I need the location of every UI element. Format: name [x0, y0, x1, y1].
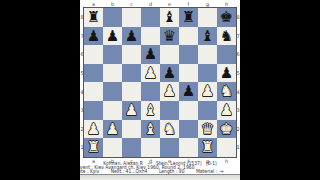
- bottom-strip: [80, 174, 240, 180]
- square-a6[interactable]: [84, 45, 103, 64]
- square-a2[interactable]: ♟: [84, 120, 103, 139]
- piece-white-rook: ♜: [201, 138, 214, 157]
- square-g2[interactable]: ♛: [198, 120, 217, 139]
- square-a8[interactable]: ♜: [84, 8, 103, 27]
- square-d6[interactable]: ♟: [141, 45, 160, 64]
- square-f6[interactable]: [179, 45, 198, 64]
- piece-black-pawn: ♟: [125, 27, 138, 46]
- square-b2[interactable]: ♟: [103, 120, 122, 139]
- board: ♜♝♜♚♟♟♟♛♝♞♟♟♟♟♟♟♟♞♟♝♟♟♟♝♞♛♚♜♜: [83, 7, 237, 158]
- piece-white-knight: ♞: [220, 82, 233, 101]
- square-a1[interactable]: ♜: [84, 138, 103, 157]
- game-info-caption: Site : Kyiv Next : 41...Qxh4 Length : 90…: [77, 169, 240, 174]
- square-f2[interactable]: [179, 120, 198, 139]
- square-d4[interactable]: [141, 82, 160, 101]
- left-letterbox-bar: [0, 0, 80, 180]
- piece-black-pawn: ♟: [182, 82, 195, 101]
- square-d8[interactable]: [141, 8, 160, 27]
- square-c4[interactable]: [122, 82, 141, 101]
- piece-black-bishop: ♝: [163, 8, 176, 27]
- square-f8[interactable]: ♜: [179, 8, 198, 27]
- square-h2[interactable]: ♚: [217, 120, 236, 139]
- piece-black-pawn: ♟: [87, 27, 100, 46]
- square-c3[interactable]: ♟: [122, 101, 141, 120]
- piece-white-pawn: ♟: [144, 64, 157, 83]
- square-f7[interactable]: [179, 27, 198, 46]
- piece-black-pawn: ♟: [106, 27, 119, 46]
- square-g6[interactable]: [198, 45, 217, 64]
- square-c2[interactable]: [122, 120, 141, 139]
- piece-black-rook: ♜: [182, 8, 195, 27]
- square-c1[interactable]: [122, 138, 141, 157]
- square-c5[interactable]: [122, 64, 141, 83]
- square-b5[interactable]: [103, 64, 122, 83]
- square-e1[interactable]: [160, 138, 179, 157]
- square-d5[interactable]: ♟: [141, 64, 160, 83]
- piece-white-bishop: ♝: [144, 101, 157, 120]
- piece-white-king: ♚: [220, 120, 233, 139]
- piece-black-rook: ♜: [87, 8, 100, 27]
- square-a7[interactable]: ♟: [84, 27, 103, 46]
- piece-white-pawn: ♟: [106, 120, 119, 139]
- piece-white-pawn: ♟: [220, 101, 233, 120]
- square-e2[interactable]: ♞: [160, 120, 179, 139]
- square-b3[interactable]: [103, 101, 122, 120]
- square-d1[interactable]: [141, 138, 160, 157]
- piece-black-queen: ♛: [163, 27, 176, 46]
- piece-black-bishop: ♝: [201, 27, 214, 46]
- square-c7[interactable]: ♟: [122, 27, 141, 46]
- square-b8[interactable]: [103, 8, 122, 27]
- square-a5[interactable]: [84, 64, 103, 83]
- piece-black-pawn: ♟: [163, 64, 176, 83]
- right-letterbox-bar: [240, 0, 320, 180]
- square-e7[interactable]: ♛: [160, 27, 179, 46]
- square-e8[interactable]: ♝: [160, 8, 179, 27]
- piece-white-pawn: ♟: [163, 82, 176, 101]
- piece-white-bishop: ♝: [144, 120, 157, 139]
- square-g5[interactable]: [198, 64, 217, 83]
- square-b6[interactable]: [103, 45, 122, 64]
- square-g4[interactable]: ♟: [198, 82, 217, 101]
- square-h4[interactable]: ♞: [217, 82, 236, 101]
- piece-white-knight: ♞: [163, 120, 176, 139]
- square-d7[interactable]: [141, 27, 160, 46]
- square-b1[interactable]: [103, 138, 122, 157]
- square-g3[interactable]: [198, 101, 217, 120]
- square-f3[interactable]: [179, 101, 198, 120]
- piece-white-rook: ♜: [87, 138, 100, 157]
- square-f5[interactable]: [179, 64, 198, 83]
- square-f1[interactable]: [179, 138, 198, 157]
- square-h5[interactable]: ♟: [217, 64, 236, 83]
- square-d2[interactable]: ♝: [141, 120, 160, 139]
- square-e6[interactable]: [160, 45, 179, 64]
- piece-black-pawn: ♟: [220, 64, 233, 83]
- chess-diagram-panel: abcdefgh 87654321 ♜♝♜♚♟♟♟♛♝♞♟♟♟♟♟♟♟♞♟♝♟♟…: [80, 0, 240, 180]
- square-a4[interactable]: [84, 82, 103, 101]
- square-h8[interactable]: ♚: [217, 8, 236, 27]
- piece-black-knight: ♞: [220, 27, 233, 46]
- square-c8[interactable]: [122, 8, 141, 27]
- piece-white-pawn: ♟: [87, 120, 100, 139]
- square-h1[interactable]: [217, 138, 236, 157]
- square-g7[interactable]: ♝: [198, 27, 217, 46]
- square-h3[interactable]: ♟: [217, 101, 236, 120]
- piece-black-pawn: ♟: [144, 45, 157, 64]
- piece-white-queen: ♛: [201, 120, 214, 139]
- piece-white-pawn: ♟: [125, 101, 138, 120]
- square-b7[interactable]: ♟: [103, 27, 122, 46]
- square-g8[interactable]: [198, 8, 217, 27]
- square-h6[interactable]: [217, 45, 236, 64]
- square-d3[interactable]: ♝: [141, 101, 160, 120]
- square-a3[interactable]: [84, 101, 103, 120]
- square-h7[interactable]: ♞: [217, 27, 236, 46]
- square-e5[interactable]: ♟: [160, 64, 179, 83]
- square-b4[interactable]: [103, 82, 122, 101]
- square-c6[interactable]: [122, 45, 141, 64]
- square-e4[interactable]: ♟: [160, 82, 179, 101]
- square-f4[interactable]: ♟: [179, 82, 198, 101]
- piece-black-king: ♚: [220, 8, 233, 27]
- square-e3[interactable]: [160, 101, 179, 120]
- square-g1[interactable]: ♜: [198, 138, 217, 157]
- piece-white-pawn: ♟: [201, 82, 214, 101]
